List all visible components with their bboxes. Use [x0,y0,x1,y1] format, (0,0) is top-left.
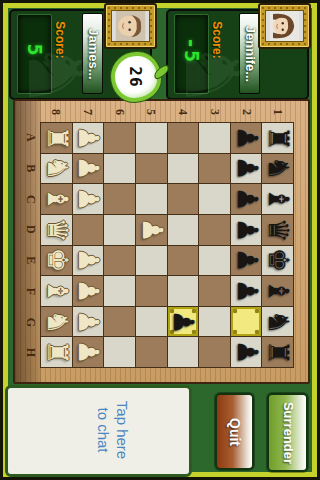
app-screen: 5 Score: James... -5 Score: Jennife... [0,0,320,480]
square-b2[interactable]: ♟ [231,154,262,184]
woman-portrait-icon [270,10,300,42]
apple-clock-icon: 26 [111,52,161,102]
white-pawn: ♟ [74,187,102,212]
square-g3[interactable] [199,307,230,337]
square-h5[interactable] [136,337,167,367]
square-c7[interactable]: ♟ [73,184,104,214]
player-name-black: Jennife... [242,25,257,81]
man-portrait-icon [116,10,146,42]
square-e3[interactable] [199,246,230,276]
quit-button[interactable]: Quit [215,393,254,470]
file-labels: ABCDEFGH [21,122,40,368]
rank-labels: 87654321 [40,102,294,122]
square-e1[interactable]: ♚ [262,246,293,276]
square-d1[interactable]: ♛ [262,215,293,245]
square-a2[interactable]: ♟ [231,123,262,153]
score-value-white: 5 [23,44,47,57]
player-name-white: James... [85,28,100,79]
square-f5[interactable] [136,276,167,306]
square-f7[interactable]: ♟ [73,276,104,306]
square-a3[interactable] [199,123,230,153]
square-b3[interactable] [199,154,230,184]
black-rook: ♜ [264,340,292,365]
white-bishop: ♝ [42,278,70,303]
white-rook: ♜ [42,125,70,150]
black-pawn: ♟ [232,278,260,303]
square-a5[interactable] [136,123,167,153]
white-pawn: ♟ [74,278,102,303]
black-bishop: ♝ [264,187,292,212]
square-a7[interactable]: ♟ [73,123,104,153]
score-label-black: Score: [210,21,224,58]
square-h7[interactable]: ♟ [73,337,104,367]
square-b6[interactable] [104,154,135,184]
score-label-white: Score: [53,21,67,58]
black-pawn: ♟ [232,187,260,212]
square-c6[interactable] [104,184,135,214]
square-e2[interactable]: ♟ [231,246,262,276]
square-e6[interactable] [104,246,135,276]
square-g2[interactable] [231,307,262,337]
surrender-button-label: Surrender [280,401,295,463]
square-g6[interactable] [104,307,135,337]
black-pawn: ♟ [232,340,260,365]
square-d5[interactable]: ♟ [136,215,167,245]
square-a6[interactable] [104,123,135,153]
square-d6[interactable] [104,215,135,245]
black-rook: ♜ [264,125,292,150]
name-strip-black: Jennife... [239,13,260,94]
square-g7[interactable]: ♟ [73,307,104,337]
square-f6[interactable] [104,276,135,306]
white-knight: ♞ [42,309,70,334]
white-pawn: ♟ [74,309,102,334]
square-f1[interactable]: ♝ [262,276,293,306]
square-f3[interactable] [199,276,230,306]
board-squares: ♜♟♟♜♞♟♟♞♝♟♟♝♛♟♟♛♚♟♟♚♝♟♟♝♞♟♟♞♜♟♟♜ [40,122,294,368]
black-king: ♚ [264,248,292,273]
black-pawn: ♟ [232,217,260,242]
avatar-black[interactable] [258,3,311,49]
square-c8[interactable]: ♝ [41,184,72,214]
square-f4[interactable] [168,276,199,306]
square-h1[interactable]: ♜ [262,337,293,367]
square-c1[interactable]: ♝ [262,184,293,214]
black-pawn: ♟ [232,156,260,181]
black-pawn: ♟ [169,309,197,334]
score-display-white: 5 [17,14,52,94]
white-pawn: ♟ [74,248,102,273]
black-pawn: ♟ [232,125,260,150]
square-a8[interactable]: ♜ [41,123,72,153]
white-pawn: ♟ [74,156,102,181]
square-d2[interactable]: ♟ [231,215,262,245]
white-pawn: ♟ [74,340,102,365]
white-queen: ♛ [42,217,70,242]
square-c4[interactable] [168,184,199,214]
avatar-white[interactable] [104,3,157,49]
square-b1[interactable]: ♞ [262,154,293,184]
black-queen: ♛ [264,217,292,242]
white-bishop: ♝ [42,187,70,212]
avatar-photo-white [111,10,150,42]
square-d3[interactable] [199,215,230,245]
square-e7[interactable]: ♟ [73,246,104,276]
square-e5[interactable] [136,246,167,276]
square-b5[interactable] [136,154,167,184]
square-f2[interactable]: ♟ [231,276,262,306]
black-pawn: ♟ [232,248,260,273]
square-h4[interactable] [168,337,199,367]
square-h2[interactable]: ♟ [231,337,262,367]
square-h8[interactable]: ♜ [41,337,72,367]
white-pawn: ♟ [74,125,102,150]
black-bishop: ♝ [264,278,292,303]
name-strip-white: James... [82,13,103,94]
square-f8[interactable]: ♝ [41,276,72,306]
square-a4[interactable] [168,123,199,153]
avatar-photo-black [265,10,304,42]
score-display-black: -5 [174,14,209,94]
quit-button-label: Quit [227,418,243,446]
square-d4[interactable] [168,215,199,245]
white-knight: ♞ [42,156,70,181]
square-b8[interactable]: ♞ [41,154,72,184]
square-e8[interactable]: ♚ [41,246,72,276]
chat-placeholder: Tap here to chat [93,401,131,459]
square-g8[interactable]: ♞ [41,307,72,337]
square-c3[interactable] [199,184,230,214]
chess-board: 87654321 ABCDEFGH ♜♟♟♜♞♟♟♞♝♟♟♝♛♟♟♛♚♟♟♚♝♟… [13,99,310,384]
square-h3[interactable] [199,337,230,367]
white-rook: ♜ [42,340,70,365]
square-a1[interactable]: ♜ [262,123,293,153]
square-e4[interactable] [168,246,199,276]
white-king: ♚ [42,248,70,273]
square-b4[interactable] [168,154,199,184]
square-g1[interactable]: ♞ [262,307,293,337]
black-knight: ♞ [264,156,292,181]
square-h6[interactable] [104,337,135,367]
black-knight: ♞ [264,309,292,334]
square-d8[interactable]: ♛ [41,215,72,245]
timer-value: 26 [126,66,145,87]
square-c2[interactable]: ♟ [231,184,262,214]
square-d7[interactable] [73,215,104,245]
square-g5[interactable] [136,307,167,337]
chat-box[interactable]: Tap here to chat [5,385,192,477]
square-c5[interactable] [136,184,167,214]
square-b7[interactable]: ♟ [73,154,104,184]
score-value-black: -5 [180,37,204,63]
square-g4[interactable]: ♟ [168,307,199,337]
white-pawn: ♟ [137,217,165,242]
surrender-button[interactable]: Surrender [267,393,308,472]
